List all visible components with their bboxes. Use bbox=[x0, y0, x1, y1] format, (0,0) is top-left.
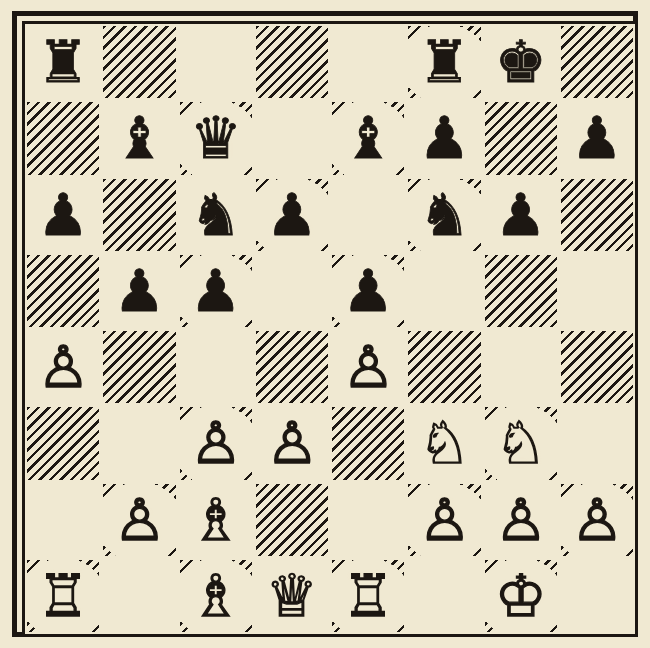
square-a6: ♟ bbox=[25, 177, 101, 253]
square-d7 bbox=[254, 100, 330, 176]
square-f3: ♘ bbox=[406, 405, 482, 481]
piece-black-pawn-f7: ♟ bbox=[406, 100, 482, 176]
chess-board: ♜♜♚♝♛♝♟♟♟♞♟♞♟♟♟♟♙♙♙♙♘♘♙♗♙♙♙♖♗♕♖♔ bbox=[22, 21, 638, 637]
piece-white-king-g1: ♔ bbox=[485, 560, 557, 632]
piece-black-pawn-c5: ♟ bbox=[180, 255, 252, 327]
square-g1: ♔ bbox=[483, 558, 559, 634]
square-b3 bbox=[101, 405, 177, 481]
piece-white-pawn-c3: ♙ bbox=[180, 407, 252, 479]
square-e3 bbox=[330, 405, 406, 481]
square-h6 bbox=[559, 177, 635, 253]
square-h4 bbox=[559, 329, 635, 405]
square-g2: ♙ bbox=[483, 482, 559, 558]
piece-black-bishop-b7: ♝ bbox=[101, 100, 177, 176]
piece-black-rook-f8: ♜ bbox=[408, 26, 480, 98]
square-h5 bbox=[559, 253, 635, 329]
square-f1 bbox=[406, 558, 482, 634]
piece-black-knight-f6: ♞ bbox=[408, 179, 480, 251]
square-c5: ♟ bbox=[178, 253, 254, 329]
square-c4 bbox=[178, 329, 254, 405]
square-b6 bbox=[101, 177, 177, 253]
square-d1: ♕ bbox=[254, 558, 330, 634]
piece-white-pawn-e4: ♙ bbox=[330, 329, 406, 405]
square-b1 bbox=[101, 558, 177, 634]
square-b7: ♝ bbox=[101, 100, 177, 176]
square-f7: ♟ bbox=[406, 100, 482, 176]
square-b5: ♟ bbox=[101, 253, 177, 329]
piece-black-pawn-a6: ♟ bbox=[25, 177, 101, 253]
piece-black-pawn-g6: ♟ bbox=[483, 177, 559, 253]
piece-black-knight-c6: ♞ bbox=[178, 177, 254, 253]
square-h3 bbox=[559, 405, 635, 481]
square-f5 bbox=[406, 253, 482, 329]
piece-white-pawn-f2: ♙ bbox=[408, 484, 480, 556]
square-a8: ♜ bbox=[25, 24, 101, 100]
piece-white-pawn-a4: ♙ bbox=[25, 329, 101, 405]
piece-white-pawn-b2: ♙ bbox=[103, 484, 175, 556]
square-e7: ♝ bbox=[330, 100, 406, 176]
square-d8 bbox=[254, 24, 330, 100]
square-e1: ♖ bbox=[330, 558, 406, 634]
square-e6 bbox=[330, 177, 406, 253]
square-e5: ♟ bbox=[330, 253, 406, 329]
piece-white-pawn-d3: ♙ bbox=[254, 405, 330, 481]
piece-black-queen-c7: ♛ bbox=[180, 102, 252, 174]
piece-white-pawn-h2: ♙ bbox=[561, 484, 633, 556]
piece-white-rook-e1: ♖ bbox=[332, 560, 404, 632]
square-c1: ♗ bbox=[178, 558, 254, 634]
piece-black-pawn-b5: ♟ bbox=[101, 253, 177, 329]
piece-black-king-g8: ♚ bbox=[483, 24, 559, 100]
square-f6: ♞ bbox=[406, 177, 482, 253]
piece-white-bishop-c1: ♗ bbox=[180, 560, 252, 632]
square-a1: ♖ bbox=[25, 558, 101, 634]
square-e8 bbox=[330, 24, 406, 100]
square-g7 bbox=[483, 100, 559, 176]
piece-white-queen-d1: ♕ bbox=[254, 558, 330, 634]
square-g8: ♚ bbox=[483, 24, 559, 100]
piece-white-rook-a1: ♖ bbox=[27, 560, 99, 632]
square-b4 bbox=[101, 329, 177, 405]
square-c8 bbox=[178, 24, 254, 100]
square-h8 bbox=[559, 24, 635, 100]
piece-white-knight-g3: ♘ bbox=[485, 407, 557, 479]
square-d2 bbox=[254, 482, 330, 558]
piece-white-bishop-c2: ♗ bbox=[178, 482, 254, 558]
square-a2 bbox=[25, 482, 101, 558]
square-h2: ♙ bbox=[559, 482, 635, 558]
square-e4: ♙ bbox=[330, 329, 406, 405]
square-a7 bbox=[25, 100, 101, 176]
square-d3: ♙ bbox=[254, 405, 330, 481]
square-h7: ♟ bbox=[559, 100, 635, 176]
square-d5 bbox=[254, 253, 330, 329]
square-c7: ♛ bbox=[178, 100, 254, 176]
square-c2: ♗ bbox=[178, 482, 254, 558]
piece-white-knight-f3: ♘ bbox=[406, 405, 482, 481]
square-d6: ♟ bbox=[254, 177, 330, 253]
piece-black-pawn-h7: ♟ bbox=[559, 100, 635, 176]
square-f4 bbox=[406, 329, 482, 405]
square-g5 bbox=[483, 253, 559, 329]
square-g4 bbox=[483, 329, 559, 405]
piece-black-pawn-e5: ♟ bbox=[332, 255, 404, 327]
square-c3: ♙ bbox=[178, 405, 254, 481]
square-f2: ♙ bbox=[406, 482, 482, 558]
piece-black-rook-a8: ♜ bbox=[25, 24, 101, 100]
chess-board-frame: ♜♜♚♝♛♝♟♟♟♞♟♞♟♟♟♟♙♙♙♙♘♘♙♗♙♙♙♖♗♕♖♔ bbox=[12, 11, 638, 637]
piece-black-pawn-d6: ♟ bbox=[256, 179, 328, 251]
square-a3 bbox=[25, 405, 101, 481]
square-g6: ♟ bbox=[483, 177, 559, 253]
square-b2: ♙ bbox=[101, 482, 177, 558]
square-a5 bbox=[25, 253, 101, 329]
square-g3: ♘ bbox=[483, 405, 559, 481]
piece-white-pawn-g2: ♙ bbox=[483, 482, 559, 558]
square-c6: ♞ bbox=[178, 177, 254, 253]
square-a4: ♙ bbox=[25, 329, 101, 405]
square-d4 bbox=[254, 329, 330, 405]
square-f8: ♜ bbox=[406, 24, 482, 100]
square-b8 bbox=[101, 24, 177, 100]
square-e2 bbox=[330, 482, 406, 558]
piece-black-bishop-e7: ♝ bbox=[332, 102, 404, 174]
square-h1 bbox=[559, 558, 635, 634]
